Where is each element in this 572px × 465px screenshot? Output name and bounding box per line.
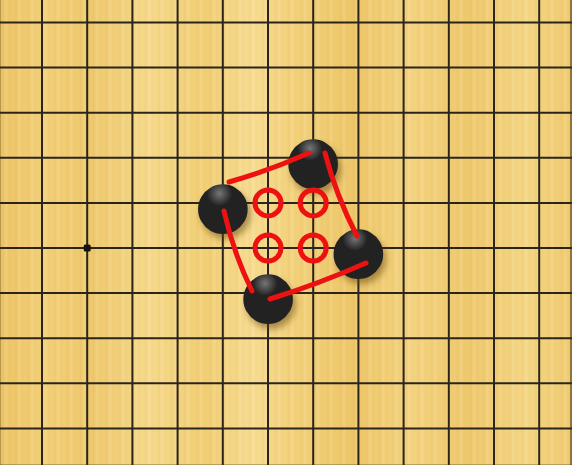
- stone-highlight: [207, 184, 232, 206]
- black-stone: ●: [335, 225, 382, 272]
- black-stone: ●: [245, 270, 292, 317]
- black-stone: ●: [290, 134, 337, 181]
- stones-layer: ●●●●: [0, 0, 572, 465]
- go-board-diagram[interactable]: ●●●●: [0, 0, 572, 465]
- black-stone: ●: [199, 179, 246, 226]
- stone-highlight: [342, 229, 367, 251]
- stone-highlight: [297, 139, 322, 161]
- stone-highlight: [252, 274, 277, 296]
